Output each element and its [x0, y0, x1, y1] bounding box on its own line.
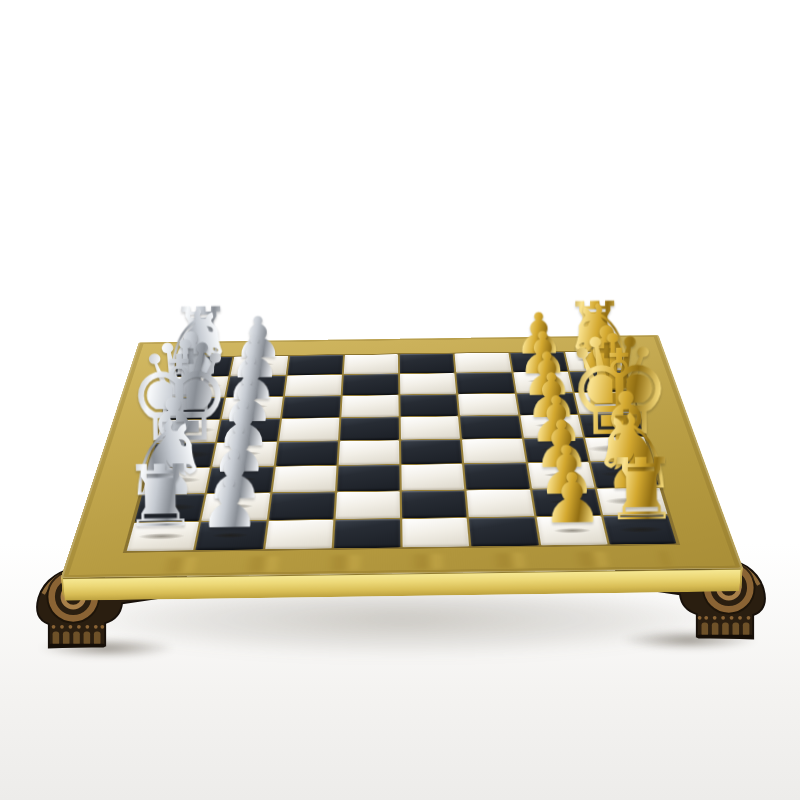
square-a2[interactable]	[231, 356, 288, 376]
square-a3[interactable]	[287, 355, 343, 375]
white-pawn-h2[interactable]: ♟	[198, 468, 261, 538]
square-a5[interactable]	[400, 354, 455, 374]
square-b3[interactable]	[284, 375, 341, 396]
square-d6[interactable]	[460, 415, 521, 438]
square-c3[interactable]	[282, 396, 341, 418]
square-b6[interactable]	[456, 373, 514, 394]
square-a4[interactable]	[344, 354, 399, 374]
square-b5[interactable]	[400, 373, 456, 394]
square-b4[interactable]	[342, 374, 398, 395]
square-c5[interactable]	[400, 394, 458, 416]
square-d4[interactable]	[340, 417, 399, 440]
black-rook-h8[interactable]: ♜	[603, 447, 680, 533]
square-d5[interactable]	[401, 416, 461, 439]
product-photo-stage: ♜♟♟♜♞♟♟♞♝♟♟♝♛♟♟♛♚♟♟♚♝♟♟♝♞♟♟♞♜♟♟♜	[0, 0, 800, 800]
square-c6[interactable]	[458, 393, 517, 415]
scene: ♜♟♟♜♞♟♟♞♝♟♟♝♛♟♟♛♚♟♟♚♝♟♟♝♞♟♟♞♜♟♟♜	[0, 0, 800, 800]
chess-board: ♜♟♟♜♞♟♟♞♝♟♟♝♛♟♟♛♚♟♟♚♝♟♟♝♞♟♟♞♜♟♟♜	[61, 335, 744, 578]
square-a6[interactable]	[455, 353, 511, 373]
square-c4[interactable]	[341, 395, 399, 417]
white-rook-h1[interactable]: ♜	[121, 454, 198, 540]
square-d3[interactable]	[279, 418, 340, 441]
black-pawn-h7[interactable]: ♟	[541, 463, 604, 533]
square-a7[interactable]	[510, 352, 568, 372]
